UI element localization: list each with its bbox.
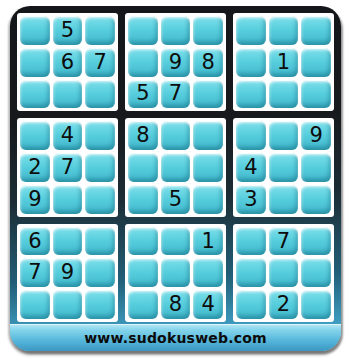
cell-r9c7[interactable] xyxy=(236,290,266,319)
cell-r6c8[interactable] xyxy=(269,185,299,214)
cell-r5c8[interactable] xyxy=(269,153,299,182)
cell-r4c6[interactable] xyxy=(193,121,223,150)
cell-r9c3[interactable] xyxy=(85,290,115,319)
cell-r2c4[interactable] xyxy=(128,48,158,77)
cell-r2c6[interactable]: 8 xyxy=(193,48,223,77)
cell-r3c1[interactable] xyxy=(20,80,50,109)
cell-r3c4[interactable]: 5 xyxy=(128,80,158,109)
sudoku-board: 5679857142798594367918472 www.sudokusweb… xyxy=(10,6,341,351)
cell-r9c2[interactable] xyxy=(53,290,83,319)
cell-r6c6[interactable] xyxy=(193,185,223,214)
page: 5679857142798594367918472 www.sudokusweb… xyxy=(0,0,350,360)
sudoku-grid: 5679857142798594367918472 xyxy=(17,13,334,322)
cell-r4c3[interactable] xyxy=(85,121,115,150)
cell-r9c8[interactable]: 2 xyxy=(269,290,299,319)
cell-r3c9[interactable] xyxy=(301,80,331,109)
cell-r5c5[interactable] xyxy=(161,153,191,182)
cell-r8c4[interactable] xyxy=(128,258,158,287)
cell-r9c1[interactable] xyxy=(20,290,50,319)
cell-r3c3[interactable] xyxy=(85,80,115,109)
cell-r4c1[interactable] xyxy=(20,121,50,150)
cell-r5c9[interactable] xyxy=(301,153,331,182)
cell-r7c2[interactable] xyxy=(53,227,83,256)
cell-r5c6[interactable] xyxy=(193,153,223,182)
cell-r5c7[interactable]: 4 xyxy=(236,153,266,182)
cell-r1c4[interactable] xyxy=(128,16,158,45)
cell-r3c6[interactable] xyxy=(193,80,223,109)
cell-r9c4[interactable] xyxy=(128,290,158,319)
cell-r1c5[interactable] xyxy=(161,16,191,45)
cell-r6c3[interactable] xyxy=(85,185,115,214)
cell-r8c3[interactable] xyxy=(85,258,115,287)
box-2-1: 4279 xyxy=(17,118,118,216)
cell-r9c9[interactable] xyxy=(301,290,331,319)
box-2-3: 943 xyxy=(233,118,334,216)
cell-r7c5[interactable] xyxy=(161,227,191,256)
cell-r3c8[interactable] xyxy=(269,80,299,109)
box-1-3: 1 xyxy=(233,13,334,111)
cell-r7c1[interactable]: 6 xyxy=(20,227,50,256)
cell-r2c3[interactable]: 7 xyxy=(85,48,115,77)
cell-r8c9[interactable] xyxy=(301,258,331,287)
cell-r2c8[interactable]: 1 xyxy=(269,48,299,77)
cell-r8c2[interactable]: 9 xyxy=(53,258,83,287)
cell-r7c8[interactable]: 7 xyxy=(269,227,299,256)
cell-r6c7[interactable]: 3 xyxy=(236,185,266,214)
cell-r1c7[interactable] xyxy=(236,16,266,45)
box-1-2: 9857 xyxy=(125,13,226,111)
cell-r9c6[interactable]: 4 xyxy=(193,290,223,319)
cell-r1c1[interactable] xyxy=(20,16,50,45)
cell-r2c5[interactable]: 9 xyxy=(161,48,191,77)
cell-r8c5[interactable] xyxy=(161,258,191,287)
cell-r3c5[interactable]: 7 xyxy=(161,80,191,109)
box-3-1: 679 xyxy=(17,224,118,322)
cell-r7c4[interactable] xyxy=(128,227,158,256)
cell-r4c5[interactable] xyxy=(161,121,191,150)
box-3-3: 72 xyxy=(233,224,334,322)
cell-r6c5[interactable]: 5 xyxy=(161,185,191,214)
cell-r7c3[interactable] xyxy=(85,227,115,256)
cell-r1c2[interactable]: 5 xyxy=(53,16,83,45)
cell-r4c4[interactable]: 8 xyxy=(128,121,158,150)
cell-r4c2[interactable]: 4 xyxy=(53,121,83,150)
cell-r7c7[interactable] xyxy=(236,227,266,256)
cell-r4c7[interactable] xyxy=(236,121,266,150)
cell-r1c6[interactable] xyxy=(193,16,223,45)
cell-r5c1[interactable]: 2 xyxy=(20,153,50,182)
cell-r7c9[interactable] xyxy=(301,227,331,256)
cell-r1c8[interactable] xyxy=(269,16,299,45)
site-url[interactable]: www.sudokusweb.com xyxy=(84,330,267,346)
cell-r5c4[interactable] xyxy=(128,153,158,182)
cell-r6c9[interactable] xyxy=(301,185,331,214)
cell-r6c1[interactable]: 9 xyxy=(20,185,50,214)
box-1-1: 567 xyxy=(17,13,118,111)
cell-r7c6[interactable]: 1 xyxy=(193,227,223,256)
cell-r1c9[interactable] xyxy=(301,16,331,45)
cell-r5c2[interactable]: 7 xyxy=(53,153,83,182)
cell-r4c9[interactable]: 9 xyxy=(301,121,331,150)
cell-r2c2[interactable]: 6 xyxy=(53,48,83,77)
cell-r8c8[interactable] xyxy=(269,258,299,287)
footer-bar: www.sudokusweb.com xyxy=(10,324,341,351)
cell-r4c8[interactable] xyxy=(269,121,299,150)
cell-r9c5[interactable]: 8 xyxy=(161,290,191,319)
cell-r3c2[interactable] xyxy=(53,80,83,109)
cell-r3c7[interactable] xyxy=(236,80,266,109)
cell-r2c1[interactable] xyxy=(20,48,50,77)
cell-r6c2[interactable] xyxy=(53,185,83,214)
cell-r6c4[interactable] xyxy=(128,185,158,214)
cell-r2c7[interactable] xyxy=(236,48,266,77)
cell-r2c9[interactable] xyxy=(301,48,331,77)
cell-r8c6[interactable] xyxy=(193,258,223,287)
cell-r5c3[interactable] xyxy=(85,153,115,182)
cell-r8c1[interactable]: 7 xyxy=(20,258,50,287)
cell-r1c3[interactable] xyxy=(85,16,115,45)
cell-r8c7[interactable] xyxy=(236,258,266,287)
box-2-2: 85 xyxy=(125,118,226,216)
box-3-2: 184 xyxy=(125,224,226,322)
